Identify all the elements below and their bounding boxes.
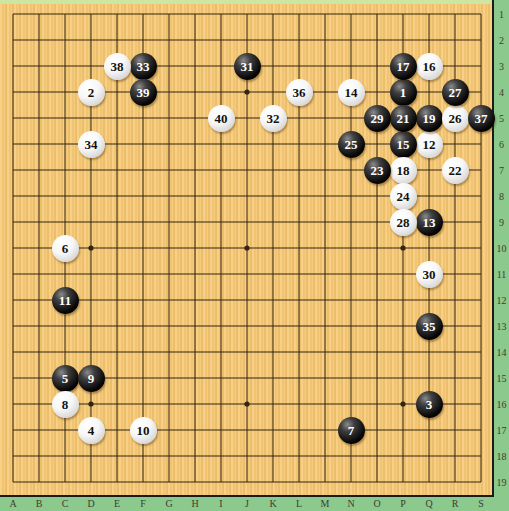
stone-black-39: 39 xyxy=(130,79,157,106)
column-labels: ABCDEFGHIJKLMNOPQRS xyxy=(0,497,509,511)
col-label-Q: Q xyxy=(425,498,432,509)
row-label-3: 3 xyxy=(499,61,504,72)
go-board[interactable]: 1234567891011121314151617181921222324252… xyxy=(0,4,492,495)
stone-white-22: 22 xyxy=(442,157,469,184)
stone-black-11: 11 xyxy=(52,287,79,314)
stone-black-15: 15 xyxy=(390,131,417,158)
star-point xyxy=(400,245,405,250)
col-label-D: D xyxy=(87,498,94,509)
stone-white-34: 34 xyxy=(78,131,105,158)
stone-black-13: 13 xyxy=(416,209,443,236)
col-label-R: R xyxy=(452,498,459,509)
col-label-B: B xyxy=(36,498,43,509)
star-point xyxy=(244,401,249,406)
row-label-11: 11 xyxy=(497,269,507,280)
row-label-14: 14 xyxy=(497,347,507,358)
stone-white-32: 32 xyxy=(260,105,287,132)
stone-white-36: 36 xyxy=(286,79,313,106)
col-label-M: M xyxy=(321,498,330,509)
row-label-13: 13 xyxy=(497,321,507,332)
col-label-E: E xyxy=(114,498,120,509)
stone-black-27: 27 xyxy=(442,79,469,106)
stone-black-37: 37 xyxy=(468,105,495,132)
row-label-9: 9 xyxy=(499,217,504,228)
col-label-A: A xyxy=(9,498,16,509)
stone-white-16: 16 xyxy=(416,53,443,80)
stone-black-29: 29 xyxy=(364,105,391,132)
stone-black-19: 19 xyxy=(416,105,443,132)
row-label-8: 8 xyxy=(499,191,504,202)
star-point xyxy=(88,245,93,250)
stone-black-7: 7 xyxy=(338,417,365,444)
col-label-K: K xyxy=(269,498,276,509)
stone-white-38: 38 xyxy=(104,53,131,80)
stone-black-21: 21 xyxy=(390,105,417,132)
stone-white-10: 10 xyxy=(130,417,157,444)
row-label-2: 2 xyxy=(499,35,504,46)
stone-white-28: 28 xyxy=(390,209,417,236)
col-label-S: S xyxy=(478,498,484,509)
col-label-H: H xyxy=(191,498,198,509)
stone-black-9: 9 xyxy=(78,365,105,392)
row-label-5: 5 xyxy=(499,113,504,124)
row-label-6: 6 xyxy=(499,139,504,150)
stone-white-4: 4 xyxy=(78,417,105,444)
star-point xyxy=(244,245,249,250)
star-point xyxy=(88,401,93,406)
col-label-G: G xyxy=(165,498,172,509)
col-label-C: C xyxy=(62,498,69,509)
stone-white-24: 24 xyxy=(390,183,417,210)
row-label-16: 16 xyxy=(497,399,507,410)
stone-white-8: 8 xyxy=(52,391,79,418)
stone-black-33: 33 xyxy=(130,53,157,80)
row-label-17: 17 xyxy=(497,425,507,436)
board-edge-shadow-right xyxy=(492,0,494,497)
stone-black-25: 25 xyxy=(338,131,365,158)
row-label-19: 19 xyxy=(497,477,507,488)
col-label-I: I xyxy=(219,498,222,509)
row-label-10: 10 xyxy=(497,243,507,254)
stone-white-30: 30 xyxy=(416,261,443,288)
star-point xyxy=(400,401,405,406)
go-game-diagram: 1234567891011121314151617181921222324252… xyxy=(0,0,509,511)
board-edge-shadow-bottom xyxy=(0,495,494,497)
stone-white-40: 40 xyxy=(208,105,235,132)
stone-white-14: 14 xyxy=(338,79,365,106)
star-point xyxy=(244,89,249,94)
stone-black-1: 1 xyxy=(390,79,417,106)
stone-white-18: 18 xyxy=(390,157,417,184)
row-label-15: 15 xyxy=(497,373,507,384)
col-label-J: J xyxy=(245,498,249,509)
stone-white-2: 2 xyxy=(78,79,105,106)
col-label-F: F xyxy=(140,498,146,509)
col-label-N: N xyxy=(347,498,354,509)
stone-black-3: 3 xyxy=(416,391,443,418)
stone-black-17: 17 xyxy=(390,53,417,80)
col-label-L: L xyxy=(296,498,302,509)
stone-white-6: 6 xyxy=(52,235,79,262)
stone-black-5: 5 xyxy=(52,365,79,392)
row-label-7: 7 xyxy=(499,165,504,176)
col-label-O: O xyxy=(373,498,380,509)
row-label-18: 18 xyxy=(497,451,507,462)
row-label-4: 4 xyxy=(499,87,504,98)
stone-black-31: 31 xyxy=(234,53,261,80)
row-label-12: 12 xyxy=(497,295,507,306)
stone-white-12: 12 xyxy=(416,131,443,158)
row-labels: 12345678910111213141516171819 xyxy=(494,0,509,511)
col-label-P: P xyxy=(400,498,406,509)
stone-white-26: 26 xyxy=(442,105,469,132)
stone-black-23: 23 xyxy=(364,157,391,184)
row-label-1: 1 xyxy=(499,9,504,20)
stone-black-35: 35 xyxy=(416,313,443,340)
